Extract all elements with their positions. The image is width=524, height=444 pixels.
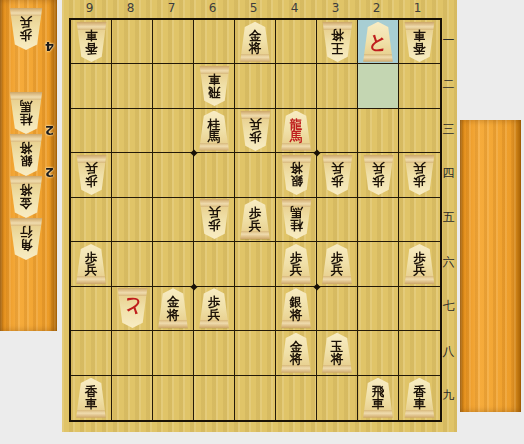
square-27[interactable] bbox=[358, 287, 399, 331]
square-78[interactable] bbox=[153, 331, 194, 375]
piece-gote-fuhyo[interactable]: 歩兵 bbox=[239, 111, 272, 151]
piece-kanji: 歩兵 bbox=[208, 296, 221, 321]
hand-slot-kakugyo[interactable]: 角行 bbox=[8, 218, 46, 262]
rank-label-8: 八 bbox=[440, 329, 457, 373]
file-label-5: 5 bbox=[233, 1, 274, 16]
piece-kanji: 王将 bbox=[331, 29, 344, 54]
file-label-8: 8 bbox=[110, 1, 151, 16]
file-label-1: 1 bbox=[397, 1, 438, 16]
square-71[interactable] bbox=[153, 20, 194, 64]
rank-label-9: 九 bbox=[440, 374, 457, 418]
piece-kanji: 銀将 bbox=[290, 162, 303, 187]
piece-kanji: 歩兵 bbox=[331, 252, 344, 277]
piece-sente-kyosha[interactable]: 香車 bbox=[403, 378, 436, 418]
piece-kanji: 桂馬 bbox=[208, 119, 221, 144]
hand-slot-kinsho[interactable]: 金将 bbox=[8, 176, 46, 220]
square-65[interactable]: 歩兵 bbox=[194, 198, 235, 242]
piece-kanji: 歩兵 bbox=[372, 162, 385, 187]
hand-count-fuhyo: 4 bbox=[45, 39, 54, 54]
square-59[interactable] bbox=[235, 376, 276, 420]
hand-slot-fuhyo[interactable]: 歩兵4 bbox=[8, 8, 46, 52]
piece-sente-kinsho[interactable]: 金将 bbox=[239, 22, 272, 62]
square-58[interactable] bbox=[235, 331, 276, 375]
square-45[interactable]: 桂馬 bbox=[276, 198, 317, 242]
square-97[interactable] bbox=[71, 287, 112, 331]
piece-kanji: 銀将 bbox=[290, 296, 303, 321]
square-61[interactable] bbox=[194, 20, 235, 64]
square-67[interactable]: 歩兵 bbox=[194, 287, 235, 331]
piece-kanji: 歩兵 bbox=[85, 252, 98, 277]
square-49[interactable] bbox=[276, 376, 317, 420]
square-35[interactable] bbox=[317, 198, 358, 242]
piece-sente-ryuma[interactable]: 龍馬 bbox=[280, 111, 313, 151]
rank-label-4: 四 bbox=[440, 151, 457, 195]
square-34[interactable]: 歩兵 bbox=[317, 153, 358, 197]
piece-kanji: 金将 bbox=[249, 30, 262, 55]
square-51[interactable]: 金将 bbox=[235, 20, 276, 64]
hand-count-ginsho: 2 bbox=[45, 165, 54, 180]
piece-kanji: 飛車 bbox=[372, 386, 385, 411]
piece-gote-fuhyo[interactable]: 歩兵 bbox=[75, 155, 108, 195]
square-86[interactable] bbox=[112, 242, 153, 286]
square-36[interactable]: 歩兵 bbox=[317, 242, 358, 286]
square-68[interactable] bbox=[194, 331, 235, 375]
square-39[interactable] bbox=[317, 376, 358, 420]
square-13[interactable] bbox=[399, 109, 440, 153]
piece-kanji: 歩兵 bbox=[20, 16, 33, 41]
hand-slot-keima[interactable]: 桂馬2 bbox=[8, 92, 46, 136]
square-89[interactable] bbox=[112, 376, 153, 420]
piece-sente-tokin[interactable]: と bbox=[362, 22, 395, 62]
square-87[interactable]: と bbox=[112, 287, 153, 331]
square-84[interactable] bbox=[112, 153, 153, 197]
piece-sente-gyokusho[interactable]: 玉将 bbox=[321, 333, 354, 373]
file-label-2: 2 bbox=[356, 1, 397, 16]
piece-gote-fuhyo[interactable]: 歩兵 bbox=[8, 8, 44, 50]
piece-kanji: 角行 bbox=[20, 226, 33, 251]
piece-kanji: 桂馬 bbox=[20, 100, 33, 125]
piece-kanji: と bbox=[368, 31, 387, 53]
piece-sente-kinsho[interactable]: 金将 bbox=[280, 333, 313, 373]
square-33[interactable] bbox=[317, 109, 358, 153]
piece-gote-kyosha[interactable]: 香車 bbox=[403, 22, 436, 62]
square-53[interactable]: 歩兵 bbox=[235, 109, 276, 153]
square-94[interactable]: 歩兵 bbox=[71, 153, 112, 197]
piece-gote-fuhyo[interactable]: 歩兵 bbox=[362, 155, 395, 195]
rank-label-7: 七 bbox=[440, 285, 457, 329]
piece-gote-fuhyo[interactable]: 歩兵 bbox=[198, 199, 231, 239]
square-54[interactable] bbox=[235, 153, 276, 197]
square-26[interactable] bbox=[358, 242, 399, 286]
piece-kanji: 歩兵 bbox=[290, 252, 303, 277]
piece-sente-fuhyo[interactable]: 歩兵 bbox=[321, 244, 354, 284]
piece-kanji: 歩兵 bbox=[85, 162, 98, 187]
piece-kanji: 金将 bbox=[20, 184, 33, 209]
square-91[interactable]: 香車 bbox=[71, 20, 112, 64]
piece-gote-ginsho[interactable]: 銀将 bbox=[280, 155, 313, 195]
piece-kanji: 香車 bbox=[85, 29, 98, 54]
piece-sente-fuhyo[interactable]: 歩兵 bbox=[75, 244, 108, 284]
square-62[interactable]: 飛車 bbox=[194, 64, 235, 108]
square-47[interactable]: 銀将 bbox=[276, 287, 317, 331]
square-41[interactable] bbox=[276, 20, 317, 64]
square-81[interactable] bbox=[112, 20, 153, 64]
piece-kanji: 飛車 bbox=[208, 73, 221, 98]
piece-gote-hisha[interactable]: 飛車 bbox=[198, 66, 231, 106]
square-18[interactable] bbox=[399, 331, 440, 375]
hand-slot-ginsho[interactable]: 銀将2 bbox=[8, 134, 46, 178]
piece-kanji: 金将 bbox=[167, 296, 180, 321]
shogi-board: 香車金将王将と香車飛車桂馬歩兵龍馬歩兵銀将歩兵歩兵歩兵歩兵歩兵桂馬歩兵歩兵歩兵歩… bbox=[69, 18, 442, 422]
piece-gote-kinsho[interactable]: 金将 bbox=[8, 176, 44, 218]
piece-gote-keima[interactable]: 桂馬 bbox=[280, 199, 313, 239]
piece-gote-kyosha[interactable]: 香車 bbox=[75, 22, 108, 62]
square-19[interactable]: 香車 bbox=[399, 376, 440, 420]
square-21[interactable]: と bbox=[358, 20, 399, 64]
piece-kanji: 玉将 bbox=[331, 341, 344, 366]
square-64[interactable] bbox=[194, 153, 235, 197]
square-14[interactable]: 歩兵 bbox=[399, 153, 440, 197]
piece-sente-fuhyo[interactable]: 歩兵 bbox=[198, 288, 231, 328]
piece-sente-fuhyo[interactable]: 歩兵 bbox=[239, 199, 272, 239]
sente-captured-tray bbox=[460, 120, 521, 412]
file-label-6: 6 bbox=[192, 1, 233, 16]
square-77[interactable]: 金将 bbox=[153, 287, 194, 331]
rank-label-3: 三 bbox=[440, 107, 457, 151]
file-label-9: 9 bbox=[69, 1, 110, 16]
square-55[interactable]: 歩兵 bbox=[235, 198, 276, 242]
piece-sente-hisha[interactable]: 飛車 bbox=[362, 378, 395, 418]
piece-kanji: 歩兵 bbox=[249, 207, 262, 232]
piece-kanji: 桂馬 bbox=[290, 206, 303, 231]
square-79[interactable] bbox=[153, 376, 194, 420]
square-16[interactable]: 歩兵 bbox=[399, 242, 440, 286]
square-15[interactable] bbox=[399, 198, 440, 242]
square-69[interactable] bbox=[194, 376, 235, 420]
square-48[interactable]: 金将 bbox=[276, 331, 317, 375]
square-85[interactable] bbox=[112, 198, 153, 242]
file-label-3: 3 bbox=[315, 1, 356, 16]
piece-gote-tokin[interactable]: と bbox=[116, 288, 149, 328]
piece-kanji: 龍馬 bbox=[290, 119, 303, 144]
piece-kanji: 歩兵 bbox=[249, 118, 262, 143]
piece-sente-kinsho[interactable]: 金将 bbox=[157, 288, 190, 328]
square-76[interactable] bbox=[153, 242, 194, 286]
square-73[interactable] bbox=[153, 109, 194, 153]
piece-kanji: 歩兵 bbox=[208, 206, 221, 231]
rank-label-1: 一 bbox=[440, 18, 457, 62]
piece-sente-kyosha[interactable]: 香車 bbox=[75, 378, 108, 418]
square-75[interactable] bbox=[153, 198, 194, 242]
square-37[interactable] bbox=[317, 287, 358, 331]
square-95[interactable] bbox=[71, 198, 112, 242]
file-label-4: 4 bbox=[274, 1, 315, 16]
square-17[interactable] bbox=[399, 287, 440, 331]
square-12[interactable] bbox=[399, 64, 440, 108]
square-22[interactable] bbox=[358, 64, 399, 108]
square-83[interactable] bbox=[112, 109, 153, 153]
square-74[interactable] bbox=[153, 153, 194, 197]
piece-sente-fuhyo[interactable]: 歩兵 bbox=[280, 244, 313, 284]
square-43[interactable]: 龍馬 bbox=[276, 109, 317, 153]
piece-gote-fuhyo[interactable]: 歩兵 bbox=[403, 155, 436, 195]
piece-kanji: 歩兵 bbox=[331, 162, 344, 187]
square-24[interactable]: 歩兵 bbox=[358, 153, 399, 197]
piece-gote-osho[interactable]: 王将 bbox=[321, 22, 354, 62]
square-46[interactable]: 歩兵 bbox=[276, 242, 317, 286]
square-56[interactable] bbox=[235, 242, 276, 286]
piece-sente-ginsho[interactable]: 銀将 bbox=[280, 288, 313, 328]
square-52[interactable] bbox=[235, 64, 276, 108]
rank-label-5: 五 bbox=[440, 196, 457, 240]
square-82[interactable] bbox=[112, 64, 153, 108]
square-57[interactable] bbox=[235, 287, 276, 331]
piece-kanji: 歩兵 bbox=[413, 252, 426, 277]
piece-gote-kakugyo[interactable]: 角行 bbox=[8, 218, 44, 260]
square-63[interactable]: 桂馬 bbox=[194, 109, 235, 153]
piece-sente-fuhyo[interactable]: 歩兵 bbox=[403, 244, 436, 284]
gote-captured-tray: 歩兵4桂馬2銀将2金将角行 bbox=[0, 0, 57, 331]
square-38[interactable]: 玉将 bbox=[317, 331, 358, 375]
square-32[interactable] bbox=[317, 64, 358, 108]
piece-sente-keima[interactable]: 桂馬 bbox=[198, 111, 231, 151]
square-11[interactable]: 香車 bbox=[399, 20, 440, 64]
square-92[interactable] bbox=[71, 64, 112, 108]
square-25[interactable] bbox=[358, 198, 399, 242]
square-66[interactable] bbox=[194, 242, 235, 286]
square-93[interactable] bbox=[71, 109, 112, 153]
square-23[interactable] bbox=[358, 109, 399, 153]
rank-label-6: 六 bbox=[440, 240, 457, 284]
piece-kanji: 金将 bbox=[290, 341, 303, 366]
square-29[interactable]: 飛車 bbox=[358, 376, 399, 420]
piece-gote-fuhyo[interactable]: 歩兵 bbox=[321, 155, 354, 195]
rank-label-2: 二 bbox=[440, 62, 457, 106]
square-28[interactable] bbox=[358, 331, 399, 375]
piece-gote-ginsho[interactable]: 銀将 bbox=[8, 134, 44, 176]
file-label-7: 7 bbox=[151, 1, 192, 16]
square-98[interactable] bbox=[71, 331, 112, 375]
piece-kanji: と bbox=[122, 297, 141, 319]
piece-kanji: 歩兵 bbox=[413, 162, 426, 187]
piece-kanji: 香車 bbox=[413, 386, 426, 411]
square-44[interactable]: 銀将 bbox=[276, 153, 317, 197]
piece-kanji: 香車 bbox=[413, 29, 426, 54]
hand-count-keima: 2 bbox=[45, 123, 54, 138]
piece-gote-keima[interactable]: 桂馬 bbox=[8, 92, 44, 134]
piece-kanji: 銀将 bbox=[20, 142, 33, 167]
file-labels: 987654321 bbox=[69, 1, 438, 16]
rank-labels: 一二三四五六七八九 bbox=[440, 18, 457, 418]
square-31[interactable]: 王将 bbox=[317, 20, 358, 64]
square-99[interactable]: 香車 bbox=[71, 376, 112, 420]
piece-kanji: 香車 bbox=[85, 386, 98, 411]
square-88[interactable] bbox=[112, 331, 153, 375]
square-72[interactable] bbox=[153, 64, 194, 108]
square-96[interactable]: 歩兵 bbox=[71, 242, 112, 286]
square-42[interactable] bbox=[276, 64, 317, 108]
